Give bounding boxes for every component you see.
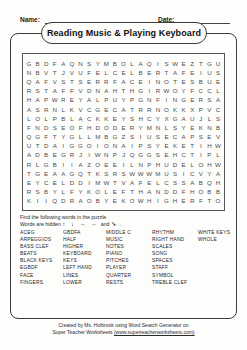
grid-cell: E (50, 150, 59, 159)
grid-cell: I (145, 86, 154, 95)
grid-cell: B (102, 132, 111, 141)
grid-cell: R (42, 104, 51, 113)
grid-cell: A (119, 77, 128, 86)
instructions-line2: Words are hidden ↑ ↓ → ← and ↘ . (20, 221, 121, 228)
grid-cell: T (85, 169, 94, 178)
grid-cell: L (68, 114, 77, 123)
grid-cell: W (50, 95, 59, 104)
instructions-line1: Find the following words in the puzzle. (20, 214, 121, 221)
grid-cell: B (59, 114, 68, 123)
word-item: STAFF (152, 264, 198, 271)
grid-cell: K (68, 104, 77, 113)
grid-cell: U (162, 160, 171, 169)
grid-cell: C (205, 86, 214, 95)
grid-cell: V (205, 104, 214, 113)
grid-cell: E (119, 123, 128, 132)
grid-cell: L (162, 123, 171, 132)
grid-cell: L (128, 160, 137, 169)
grid-cell: T (33, 141, 42, 150)
grid-cell: D (42, 123, 51, 132)
grid-cell: I (119, 160, 128, 169)
grid-cell: I (59, 141, 68, 150)
grid-cell: D (76, 178, 85, 187)
grid-cell: W (214, 160, 223, 169)
grid-cell: X (162, 114, 171, 123)
grid-cell: I (85, 150, 94, 159)
grid-cell: I (93, 141, 102, 150)
grid-cell: J (59, 68, 68, 77)
word-list-column: WHITE KEYSWHOLE (198, 229, 232, 286)
word-item: PIANO (106, 250, 152, 257)
word-item: RHYTHM (152, 229, 198, 236)
grid-cell: G (68, 141, 77, 150)
word-item: SYMBOL (152, 272, 198, 279)
grid-cell: F (111, 77, 120, 86)
grid-cell: C (85, 104, 94, 113)
grid-cell: L (93, 95, 102, 104)
grid-cell: E (179, 141, 188, 150)
grid-cell: S (128, 132, 137, 141)
grid-cell: R (59, 95, 68, 104)
grid-cell: F (76, 123, 85, 132)
grid-cell: I (42, 196, 51, 205)
grid-cell: E (179, 160, 188, 169)
grid-cell: O (93, 187, 102, 196)
grid-cell: T (171, 77, 180, 86)
word-item: HIGHER (63, 243, 106, 250)
grid-cell: W (162, 86, 171, 95)
grid-cell: K (93, 114, 102, 123)
diagonal-arrow-icon: ↘ (111, 221, 118, 227)
grid-cell: L (205, 114, 214, 123)
word-list-column: RHYTHMRIGHT HANDSCALESSONGSPACESSTAFFSYM… (152, 229, 198, 286)
grid-cell: Y (102, 196, 111, 205)
grid-cell: Y (119, 114, 128, 123)
grid-cell: Y (136, 123, 145, 132)
word-item: ARPEGGIOS (20, 236, 63, 243)
grid-cell: H (188, 187, 197, 196)
grid-cell: C (85, 114, 94, 123)
grid-cell: H (205, 160, 214, 169)
word-item: ACEG (20, 229, 63, 236)
grid-cell: K (171, 104, 180, 113)
grid-cell: L (59, 178, 68, 187)
grid-cell: U (76, 68, 85, 77)
page-title: Reading Music & Playing Keyboard (47, 28, 201, 38)
grid-cell: C (214, 104, 223, 113)
grid-cell: S (50, 123, 59, 132)
grid-cell: K (102, 114, 111, 123)
grid-cell: S (119, 169, 128, 178)
grid-cell: M (93, 132, 102, 141)
grid-cell: O (85, 141, 94, 150)
grid-cell: A (59, 169, 68, 178)
grid-cell: R (93, 77, 102, 86)
word-list: ACEGARPEGGIOSBASS CLEFBEATSBLACK KEYSEGB… (20, 229, 232, 286)
grid-cell: N (50, 104, 59, 113)
grid-cell: G (136, 86, 145, 95)
grid-cell: A (119, 104, 128, 113)
grid-cell: Y (154, 114, 163, 123)
grid-cell: I (154, 196, 163, 205)
grid-cell: E (42, 169, 51, 178)
grid-cell: U (205, 77, 214, 86)
grid-cell: B (111, 59, 120, 68)
word-item: SCALES (152, 243, 198, 250)
grid-cell: E (111, 114, 120, 123)
grid-cell: U (188, 114, 197, 123)
grid-cell: E (188, 68, 197, 77)
grid-cell: H (85, 123, 94, 132)
grid-cell: C (42, 178, 51, 187)
grid-cell: U (162, 169, 171, 178)
grid-cell: R (68, 196, 77, 205)
grid-cell: V (68, 68, 77, 77)
grid-cell: K (25, 196, 34, 205)
word-item: WHITE KEYS (198, 229, 232, 236)
grid-cell: L (214, 150, 223, 159)
grid-cell: A (33, 77, 42, 86)
grid-cell: T (128, 104, 137, 113)
grid-cell: O (214, 196, 223, 205)
grid-cell: L (102, 187, 111, 196)
word-item: LEFT HAND (63, 264, 106, 271)
grid-cell: P (111, 150, 120, 159)
grid-cell: G (179, 95, 188, 104)
grid-cell: E (136, 77, 145, 86)
grid-cell: R (25, 160, 34, 169)
grid-cell: P (197, 104, 206, 113)
grid-cell: U (25, 141, 34, 150)
grid-cell: Y (76, 95, 85, 104)
grid-cell: M (93, 178, 102, 187)
grid-cell: R (25, 86, 34, 95)
grid-cell: H (214, 178, 223, 187)
grid-cell: Y (179, 123, 188, 132)
grid-cell: P (188, 132, 197, 141)
grid-cell: Q (50, 196, 59, 205)
grid-cell: Q (145, 59, 154, 68)
grid-cell: A (50, 141, 59, 150)
grid-cell: R (136, 104, 145, 113)
grid-cell: E (93, 68, 102, 77)
grid-cell: W (145, 169, 154, 178)
word-item: BASS CLEF (20, 243, 63, 250)
grid-cell: T (188, 141, 197, 150)
word-item: QUARTER (106, 272, 152, 279)
word-item: PITCHES (106, 257, 152, 264)
grid-cell: F (50, 59, 59, 68)
grid-cell: A (179, 132, 188, 141)
grid-cell: Z (85, 160, 94, 169)
grid-cell: V (76, 104, 85, 113)
grid-cell: S (214, 114, 223, 123)
word-item: PLAYER (106, 264, 152, 271)
grid-cell: Y (205, 169, 214, 178)
grid-cell: F (179, 187, 188, 196)
grid-cell: Z (188, 59, 197, 68)
grid-cell: E (50, 178, 59, 187)
grid-cell: F (154, 95, 163, 104)
grid-cell: A (102, 86, 111, 95)
grid-cell: Q (76, 169, 85, 178)
grid-cell: U (111, 95, 120, 104)
grid-cell: T (25, 169, 34, 178)
grid-cell: B (42, 187, 51, 196)
grid-cell: L (102, 68, 111, 77)
grid-cell: A (33, 95, 42, 104)
name-label: Name: (20, 16, 40, 23)
grid-cell: W (93, 150, 102, 159)
grid-cell: N (76, 59, 85, 68)
grid-cell: E (179, 77, 188, 86)
grid-cell: A (25, 150, 34, 159)
grid-cell: S (205, 95, 214, 104)
grid-cell: I (145, 77, 154, 86)
grid-cell: S (171, 123, 180, 132)
grid-cell: N (205, 123, 214, 132)
grid-cell: E (162, 141, 171, 150)
grid-cell: L (154, 178, 163, 187)
grid-cell: G (42, 160, 51, 169)
grid-cell: O (197, 187, 206, 196)
grid-cell: A (76, 114, 85, 123)
grid-cell: S (214, 68, 223, 77)
grid-cell: S (197, 132, 206, 141)
grid-cell: L (33, 160, 42, 169)
grid-cell: E (25, 178, 34, 187)
grid-cell: W (214, 141, 223, 150)
grid-cell: O (85, 196, 94, 205)
grid-cell: E (179, 59, 188, 68)
grid-cell: W (171, 59, 180, 68)
word-item: TREBLE CLEF (152, 279, 198, 286)
grid-cell: N (111, 141, 120, 150)
word-item: FINGERS (20, 279, 63, 286)
grid-cell: R (128, 123, 137, 132)
grid-cell: Y (59, 132, 68, 141)
grid-cell: G (33, 169, 42, 178)
grid-cell: O (197, 160, 206, 169)
grid-cell: J (119, 150, 128, 159)
grid-cell: D (42, 59, 51, 68)
grid-cell: N (136, 160, 145, 169)
grid-cell: T (188, 150, 197, 159)
grid-cell: Y (76, 187, 85, 196)
grid-cell: H (154, 160, 163, 169)
grid-cell: A (50, 86, 59, 95)
grid-cell: E (162, 132, 171, 141)
grid-cell: C (197, 86, 206, 95)
grid-cell: U (214, 59, 223, 68)
grid-cell: E (179, 196, 188, 205)
grid-cell: E (102, 160, 111, 169)
grid-cell: G (136, 95, 145, 104)
grid-cell: Q (25, 132, 34, 141)
grid-cell: B (214, 123, 223, 132)
grid-cell: K (171, 141, 180, 150)
grid-cell: F (68, 86, 77, 95)
grid-cell: R (25, 187, 34, 196)
grid-cell: N (171, 95, 180, 104)
grid-cell: A (59, 59, 68, 68)
grid-cell: I (136, 132, 145, 141)
grid-cell: L (85, 132, 94, 141)
word-item: SPACES (152, 257, 198, 264)
word-item: RIGHT HAND (152, 236, 198, 243)
footer-link[interactable]: (www.superteacherworksheets.com) (114, 329, 195, 335)
grid-cell: S (171, 169, 180, 178)
grid-cell: A (119, 141, 128, 150)
grid-cell: F (68, 187, 77, 196)
grid-cell: A (214, 95, 223, 104)
word-item: NOTES (106, 243, 152, 250)
grid-cell: E (162, 150, 171, 159)
grid-cell: S (33, 187, 42, 196)
grid-cell: S (33, 104, 42, 113)
grid-cell: H (136, 114, 145, 123)
grid-cell: Q (68, 59, 77, 68)
grid-cell: I (197, 68, 206, 77)
grid-cell: T (128, 187, 137, 196)
grid-cell: G (59, 150, 68, 159)
instructions: Find the following words in the puzzle. … (20, 214, 121, 228)
grid-cell: E (145, 178, 154, 187)
grid-cell: X (188, 104, 197, 113)
grid-cell: M (145, 123, 154, 132)
grid-cell: N (93, 86, 102, 95)
grid-cell: T (50, 68, 59, 77)
grid-cell: E (188, 95, 197, 104)
grid-cell: H (111, 86, 120, 95)
grid-cell: H (171, 150, 180, 159)
grid-cell: N (33, 123, 42, 132)
grid-cell: O (128, 196, 137, 205)
grid-cell: S (171, 178, 180, 187)
grid-cell: T (205, 196, 214, 205)
grid-cell: H (136, 187, 145, 196)
grid-cell: D (93, 123, 102, 132)
grid-cell: C (171, 132, 180, 141)
grid-cell: Q (205, 178, 214, 187)
grid-cell: V (76, 86, 85, 95)
grid-cell: F (119, 187, 128, 196)
grid-cell: N (154, 187, 163, 196)
grid-cell: M (154, 169, 163, 178)
grid-cell: W (128, 169, 137, 178)
grid-cell: N (25, 68, 34, 77)
grid-cell: F (136, 178, 145, 187)
grid-cell: S (145, 141, 154, 150)
grid-cell: F (197, 196, 206, 205)
grid-cell: G (33, 132, 42, 141)
grid-cell: E (119, 68, 128, 77)
grid-cell: P (205, 150, 214, 159)
word-item: LINES (63, 272, 106, 279)
grid-cell: C (111, 104, 120, 113)
grid-cell: N (154, 123, 163, 132)
grid-cell: S (154, 132, 163, 141)
word-list-column: ACEGARPEGGIOSBASS CLEFBEATSBLACK KEYSEGB… (20, 229, 63, 286)
grid-cell: H (25, 95, 34, 104)
grid-cell: A (179, 114, 188, 123)
title-banner: Reading Music & Playing Keyboard (41, 22, 207, 44)
wordsearch-grid-box: GBDFAQNSYMBOLAQISWEZTGUNBVTJVUFELCELBERT… (22, 53, 225, 211)
grid-cell: D (85, 86, 94, 95)
grid-cell: U (145, 132, 154, 141)
grid-cell: G (25, 59, 34, 68)
grid-cell: G (205, 59, 214, 68)
grid-cell: A (145, 187, 154, 196)
grid-cell: B (214, 187, 223, 196)
grid-cell: D (33, 150, 42, 159)
grid-cell: P (50, 114, 59, 123)
grid-cell: E (68, 95, 77, 104)
grid-cell: L (188, 160, 197, 169)
direction-arrows-icon: ↑ ↓ → ← (62, 221, 99, 227)
grid-cell: B (205, 187, 214, 196)
grid-cell: R (111, 169, 120, 178)
grid-cell: I (197, 141, 206, 150)
grid-cell: T (162, 68, 171, 77)
grid-cell: J (197, 114, 206, 123)
grid-cell: O (33, 114, 42, 123)
grid-cell: Y (154, 141, 163, 150)
grid-cell: N (102, 150, 111, 159)
grid-cell: L (128, 68, 137, 77)
grid-cell: W (136, 169, 145, 178)
grid-cell: Y (50, 187, 59, 196)
grid-cell: G (76, 141, 85, 150)
grid-cell: R (188, 196, 197, 205)
word-item: BLACK KEYS (20, 257, 63, 264)
grid-cell: E (111, 196, 120, 205)
grid-cell: S (59, 77, 68, 86)
grid-cell: E (145, 68, 154, 77)
grid-cell: P (136, 141, 145, 150)
grid-cell: L (214, 86, 223, 95)
footer-line1: Created by Ms. Holbrook using Word Searc… (0, 322, 247, 329)
grid-cell: O (162, 104, 171, 113)
word-item: FACE (20, 272, 63, 279)
grid-cell: S (188, 77, 197, 86)
grid-cell: V (214, 132, 223, 141)
wordsearch-grid: GBDFAQNSYMBOLAQISWEZTGUNBVTJVUFELCELBERT… (25, 59, 223, 206)
word-item: MUSIC (106, 236, 152, 243)
grid-cell: A (25, 104, 34, 113)
grid-cell: F (42, 132, 51, 141)
grid-cell: Q (128, 150, 137, 159)
grid-cell: G (111, 132, 120, 141)
grid-cell: B (197, 178, 206, 187)
grid-cell: C (162, 178, 171, 187)
word-item: WHOLE (198, 236, 232, 243)
grid-cell: I (33, 196, 42, 205)
grid-cell: G (145, 150, 154, 159)
grid-cell: S (76, 77, 85, 86)
grid-cell: B (136, 68, 145, 77)
grid-cell: B (93, 196, 102, 205)
grid-cell: N (154, 77, 163, 86)
grid-cell: A (76, 160, 85, 169)
grid-cell: P (145, 160, 154, 169)
grid-cell: L (59, 187, 68, 196)
instructions-period: . (119, 221, 120, 227)
grid-cell: S (102, 169, 111, 178)
grid-cell: B (42, 150, 51, 159)
grid-cell: Y (179, 86, 188, 95)
grid-cell: G (68, 169, 77, 178)
